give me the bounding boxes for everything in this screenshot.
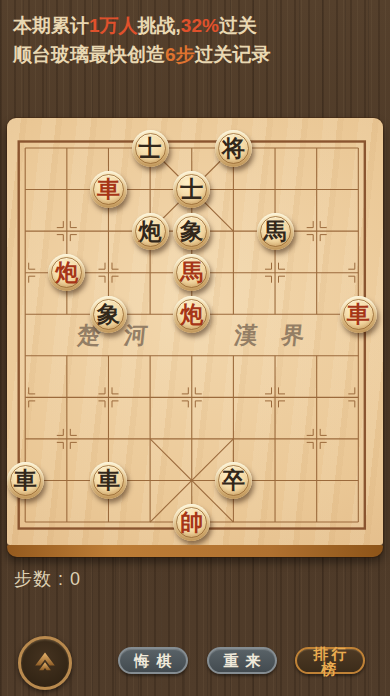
piece-black-象[interactable]: 象 [173,213,210,250]
piece-red-車[interactable]: 車 [90,171,127,208]
step-counter: 步数 : 0 [14,567,81,591]
banner-line1: 本期累计1万人挑战,32%过关 [13,11,271,40]
challenge-banner: 本期累计1万人挑战,32%过关 顺台玻璃最快创造6步过关记录 [13,11,271,69]
piece-red-車[interactable]: 車 [340,296,377,333]
chevron-up-icon [28,646,62,680]
pieces-layer: 士将車士炮象馬炮馬象炮車車車卒帥 [7,118,383,557]
banner-text-segment: 过关记录 [195,44,271,65]
xiangqi-board[interactable]: 楚 河 漢 界 士将車士炮象馬炮馬象炮車車車卒帥 [7,118,383,557]
undo-button[interactable]: 悔棋 [118,647,188,674]
piece-black-士[interactable]: 士 [132,130,169,167]
restart-button[interactable]: 重来 [207,647,277,674]
board-bevel [7,545,383,557]
step-counter-value: 0 [70,569,81,589]
piece-black-炮[interactable]: 炮 [132,213,169,250]
piece-black-卒[interactable]: 卒 [215,462,252,499]
piece-black-馬[interactable]: 馬 [257,213,294,250]
step-counter-label: 步数 : [14,569,70,589]
banner-line2: 顺台玻璃最快创造6步过关记录 [13,40,271,69]
banner-highlight-count: 1万人 [89,15,138,36]
banner-text-segment: 顺台玻璃最快创造 [13,44,165,65]
piece-black-将[interactable]: 将 [215,130,252,167]
banner-text-segment: 本期累计 [13,15,89,36]
app-screen: 本期累计1万人挑战,32%过关 顺台玻璃最快创造6步过关记录 楚 河 漢 界 士… [0,0,390,696]
banner-highlight-steps: 6步 [165,44,195,65]
piece-black-士[interactable]: 士 [173,171,210,208]
piece-red-馬[interactable]: 馬 [173,254,210,291]
piece-red-帥[interactable]: 帥 [173,504,210,541]
leaderboard-button[interactable]: 排行榜 [295,647,365,674]
piece-black-車[interactable]: 車 [90,462,127,499]
piece-red-炮[interactable]: 炮 [48,254,85,291]
piece-black-車[interactable]: 車 [7,462,44,499]
expand-button[interactable] [18,636,72,690]
piece-black-象[interactable]: 象 [90,296,127,333]
piece-red-炮[interactable]: 炮 [173,296,210,333]
banner-text-segment: 过关 [219,15,257,36]
banner-text-segment: 挑战, [138,15,181,36]
banner-highlight-percent: 32% [181,15,219,36]
